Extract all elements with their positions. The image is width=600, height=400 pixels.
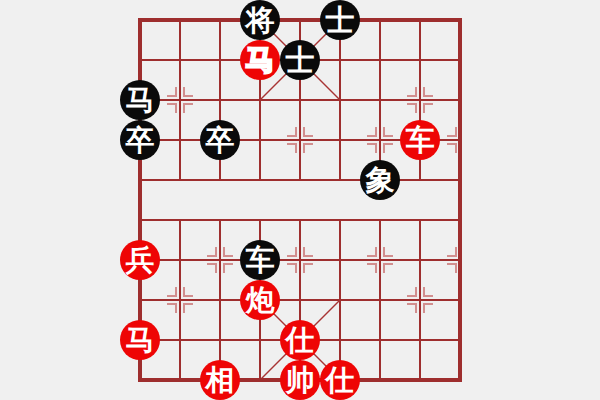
piece-red-chariot[interactable]: 车 <box>400 120 440 160</box>
piece-black-advisor[interactable]: 士 <box>280 40 320 80</box>
piece-black-advisor[interactable]: 士 <box>320 0 360 40</box>
board-point-4-8: 仕 <box>280 320 320 360</box>
piece-black-elephant[interactable]: 象 <box>360 160 400 200</box>
piece-black-general[interactable]: 将 <box>240 0 280 40</box>
piece-black-soldier[interactable]: 卒 <box>120 120 160 160</box>
xiangqi-board[interactable]: 将士马士马卒卒车象兵车炮马仕相帅仕 <box>120 0 480 400</box>
board-point-3-1: 马 <box>240 40 280 80</box>
piece-red-general[interactable]: 帅 <box>280 360 320 400</box>
piece-red-cannon[interactable]: 炮 <box>240 280 280 320</box>
piece-red-advisor[interactable]: 仕 <box>280 320 320 360</box>
board-point-3-7: 炮 <box>240 280 280 320</box>
piece-red-elephant[interactable]: 相 <box>200 360 240 400</box>
board-point-5-9: 仕 <box>320 360 360 400</box>
board-point-0-8: 马 <box>120 320 160 360</box>
board-point-7-3: 车 <box>400 120 440 160</box>
piece-red-horse[interactable]: 马 <box>240 40 280 80</box>
board-point-5-0: 士 <box>320 0 360 40</box>
xiangqi-app: 将士马士马卒卒车象兵车炮马仕相帅仕 <box>0 0 600 400</box>
piece-red-advisor[interactable]: 仕 <box>320 360 360 400</box>
piece-red-horse[interactable]: 马 <box>120 320 160 360</box>
board-point-2-3: 卒 <box>200 120 240 160</box>
piece-red-soldier[interactable]: 兵 <box>120 240 160 280</box>
board-point-2-9: 相 <box>200 360 240 400</box>
piece-black-soldier[interactable]: 卒 <box>200 120 240 160</box>
board-point-0-3: 卒 <box>120 120 160 160</box>
piece-black-chariot[interactable]: 车 <box>240 240 280 280</box>
piece-black-horse[interactable]: 马 <box>120 80 160 120</box>
board-point-3-0: 将 <box>240 0 280 40</box>
board-point-0-2: 马 <box>120 80 160 120</box>
board-point-3-6: 车 <box>240 240 280 280</box>
board-point-6-4: 象 <box>360 160 400 200</box>
board-point-0-6: 兵 <box>120 240 160 280</box>
board-point-4-1: 士 <box>280 40 320 80</box>
board-point-4-9: 帅 <box>280 360 320 400</box>
